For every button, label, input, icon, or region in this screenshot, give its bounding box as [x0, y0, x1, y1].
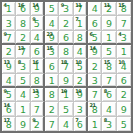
cage-sum-r1c6: 11 — [75, 3, 81, 8]
cage-sum-r7c6: 19 — [75, 89, 81, 94]
cell-digit-r4c6: 4 — [77, 47, 83, 57]
cell-digit-r6c1: 4 — [6, 76, 12, 86]
cell-digit-r2c9: 7 — [121, 19, 127, 29]
cell-r7c8[interactable]: 86 — [102, 88, 116, 102]
cell-r5c1[interactable]: 139 — [2, 59, 16, 73]
cell-digit-r1c7: 4 — [92, 4, 98, 14]
cell-digit-r6c9: 6 — [121, 76, 127, 86]
cage-sum-r7c3: 13 — [32, 89, 38, 94]
cell-r4c7[interactable]: 149 — [88, 45, 102, 59]
cell-r5c6[interactable]: 105 — [74, 59, 88, 73]
cell-r6c1[interactable]: 4 — [2, 74, 16, 88]
cell-r7c4[interactable]: 8 — [45, 88, 59, 102]
cell-digit-r2c4: 4 — [49, 19, 55, 29]
cell-digit-r9c4: 7 — [49, 120, 55, 130]
cell-r6c8[interactable]: 7 — [102, 74, 116, 88]
cell-r8c5[interactable]: 5 — [59, 102, 73, 116]
cell-r6c2[interactable]: 5 — [16, 74, 30, 88]
cell-digit-r8c5: 5 — [63, 105, 69, 115]
cell-digit-r6c6: 2 — [77, 76, 83, 86]
cell-r9c7[interactable]: 1 — [88, 117, 102, 131]
cell-digit-r7c9: 2 — [121, 90, 127, 100]
cell-r1c9[interactable]: 158 — [117, 2, 131, 16]
cell-r5c2[interactable]: 83 — [16, 59, 30, 73]
cage-sum-r5c5: 18 — [61, 60, 67, 65]
cage-sum-r5c9: 10 — [118, 60, 124, 65]
cell-digit-r2c8: 9 — [106, 19, 112, 29]
cell-r8c3[interactable]: 7 — [31, 102, 45, 116]
cell-digit-r4c9: 1 — [121, 47, 127, 57]
cell-digit-r2c7: 6 — [92, 19, 98, 29]
cage-sum-r3c7: 6 — [89, 32, 92, 37]
cell-r1c2[interactable]: 166 — [16, 2, 30, 16]
cage-sum-r5c6: 10 — [75, 60, 81, 65]
cell-r2c8[interactable]: 9 — [102, 16, 116, 30]
cell-digit-r8c8: 4 — [106, 105, 112, 115]
cell-digit-r8c3: 7 — [34, 105, 40, 115]
cell-r6c6[interactable]: 2 — [74, 74, 88, 88]
cell-r5c8[interactable]: 158 — [102, 59, 116, 73]
cage-sum-r9c6: 7 — [75, 118, 78, 123]
cell-r4c4[interactable]: 153 — [45, 45, 59, 59]
cage-sum-r1c1: 4 — [4, 3, 7, 8]
cell-digit-r4c8: 5 — [106, 47, 112, 57]
cell-digit-r2c5: 2 — [63, 19, 69, 29]
cell-r4c2[interactable]: 137 — [16, 45, 30, 59]
cell-r2c7[interactable]: 6 — [88, 16, 102, 30]
cell-r8c2[interactable]: 1 — [16, 102, 30, 116]
cell-digit-r6c5: 9 — [63, 76, 69, 86]
cage-sum-r8c7: 21 — [89, 103, 95, 108]
cell-digit-r2c2: 8 — [20, 19, 26, 29]
cell-r3c6[interactable]: 8 — [74, 31, 88, 45]
cell-digit-r9c9: 5 — [121, 120, 127, 130]
cell-digit-r5c7: 2 — [92, 62, 98, 72]
cell-digit-r8c9: 9 — [121, 105, 127, 115]
cell-r2c9[interactable]: 7 — [117, 16, 131, 30]
cage-sum-r4c2: 13 — [18, 46, 24, 51]
cell-digit-r8c6: 3 — [77, 105, 83, 115]
cell-r3c8[interactable]: 1 — [102, 31, 116, 45]
cell-digit-r8c4: 2 — [49, 105, 55, 115]
cell-digit-r1c4: 5 — [49, 4, 55, 14]
cell-r6c5[interactable]: 9 — [59, 74, 73, 88]
cell-r4c8[interactable]: 5 — [102, 45, 116, 59]
cell-r9c1[interactable]: 178 — [2, 117, 16, 131]
cell-r7c9[interactable]: 2 — [117, 88, 131, 102]
cell-r1c5[interactable]: 93 — [59, 2, 73, 16]
cell-r6c3[interactable]: 8 — [31, 74, 45, 88]
cell-r2c5[interactable]: 2 — [59, 16, 73, 30]
cage-sum-r2c3: 9 — [32, 17, 35, 22]
cell-r9c3[interactable]: 92 — [31, 117, 45, 131]
cell-r2c3[interactable]: 95 — [31, 16, 45, 30]
cage-sum-r5c3: 16 — [32, 60, 38, 65]
cage-sum-r4c4: 15 — [46, 46, 52, 51]
cell-r4c3[interactable]: 6 — [31, 45, 45, 59]
cell-digit-r2c1: 3 — [6, 19, 12, 29]
cell-r5c3[interactable]: 161 — [31, 59, 45, 73]
cell-r7c3[interactable]: 133 — [31, 88, 45, 102]
cage-sum-r1c3: 14 — [32, 3, 38, 8]
cell-r4c9[interactable]: 1 — [117, 45, 131, 59]
cell-r8c1[interactable]: 146 — [2, 102, 16, 116]
cell-r7c1[interactable]: 95 — [2, 88, 16, 102]
cell-digit-r3c6: 8 — [77, 33, 83, 43]
cell-r2c1[interactable]: 3 — [2, 16, 16, 30]
cell-r3c5[interactable]: 6 — [59, 31, 73, 45]
cell-r5c7[interactable]: 2 — [88, 59, 102, 73]
cage-sum-r9c1: 17 — [4, 118, 10, 123]
cell-r1c7[interactable]: 4 — [88, 2, 102, 16]
cage-sum-r1c5: 9 — [61, 3, 64, 8]
cage-sum-r9c3: 9 — [32, 118, 35, 123]
cell-r2c2[interactable]: 8 — [16, 16, 30, 30]
cell-r3c4[interactable]: 239 — [45, 31, 59, 45]
cell-digit-r7c1: 5 — [6, 90, 12, 100]
cage-sum-r4c7: 14 — [89, 46, 95, 51]
cell-r3c7[interactable]: 65 — [88, 31, 102, 45]
cage-sum-r7c5: 10 — [61, 89, 67, 94]
cage-sum-r5c1: 13 — [4, 60, 10, 65]
cage-sum-r9c8: 8 — [104, 118, 107, 123]
cell-r5c4[interactable]: 6 — [45, 59, 59, 73]
cell-r9c8[interactable]: 83 — [102, 117, 116, 131]
cell-digit-r3c2: 2 — [20, 33, 26, 43]
cell-r8c8[interactable]: 4 — [102, 102, 116, 116]
cell-r1c1[interactable]: 41 — [2, 2, 16, 16]
cage-sum-r3c4: 23 — [46, 32, 52, 37]
cell-r6c7[interactable]: 3 — [88, 74, 102, 88]
cell-r3c3[interactable]: 4 — [31, 31, 45, 45]
cell-digit-r7c2: 4 — [20, 90, 26, 100]
cell-r2c4[interactable]: 4 — [45, 16, 59, 30]
cell-r8c7[interactable]: 218 — [88, 102, 102, 116]
cell-r8c4[interactable]: 2 — [45, 102, 59, 116]
cell-r9c9[interactable]: 5 — [117, 117, 131, 131]
cage-sum-r5c8: 15 — [104, 60, 110, 65]
cell-r9c6[interactable]: 76 — [74, 117, 88, 131]
cell-r8c9[interactable]: 9 — [117, 102, 131, 116]
cell-digit-r8c2: 1 — [20, 105, 26, 115]
cage-sum-r8c1: 14 — [4, 103, 10, 108]
cell-r9c4[interactable]: 7 — [45, 117, 59, 131]
cell-r7c7[interactable]: 7 — [88, 88, 102, 102]
cage-sum-r7c1: 9 — [4, 89, 7, 94]
cell-r4c6[interactable]: 4 — [74, 45, 88, 59]
cell-r6c9[interactable]: 6 — [117, 74, 131, 88]
cage-sum-r2c6: 7 — [75, 17, 78, 22]
cell-r8c6[interactable]: 3 — [74, 102, 88, 116]
cell-r5c5[interactable]: 187 — [59, 59, 73, 73]
cell-r3c2[interactable]: 2 — [16, 31, 30, 45]
cell-digit-r6c8: 7 — [106, 76, 112, 86]
cell-digit-r3c7: 5 — [92, 33, 98, 43]
cell-r1c6[interactable]: 117 — [74, 2, 88, 16]
cell-digit-r3c3: 4 — [34, 33, 40, 43]
cell-r7c5[interactable]: 101 — [59, 88, 73, 102]
cage-sum-r3c9: 4 — [118, 32, 121, 37]
cell-digit-r4c5: 8 — [63, 47, 69, 57]
cage-sum-r5c2: 8 — [18, 60, 21, 65]
cell-digit-r3c9: 3 — [121, 33, 127, 43]
cell-digit-r9c5: 4 — [63, 120, 69, 130]
cell-digit-r4c1: 2 — [6, 47, 12, 57]
cell-r4c1[interactable]: 2 — [2, 45, 16, 59]
cell-digit-r6c2: 5 — [20, 76, 26, 86]
cell-digit-r3c8: 1 — [106, 33, 112, 43]
cell-r1c8[interactable]: 112 — [102, 2, 116, 16]
cell-r7c2[interactable]: 4 — [16, 88, 30, 102]
cell-digit-r7c4: 8 — [49, 90, 55, 100]
cage-sum-r3c1: 9 — [4, 32, 7, 37]
cage-sum-r1c8: 11 — [104, 3, 110, 8]
cell-digit-r1c1: 1 — [6, 4, 12, 14]
cell-digit-r5c4: 6 — [49, 62, 55, 72]
cell-r3c1[interactable]: 97 — [2, 31, 16, 45]
cage-sum-r7c8: 8 — [104, 89, 107, 94]
cell-r2c6[interactable]: 71 — [74, 16, 88, 30]
cell-r9c2[interactable]: 9 — [16, 117, 30, 131]
cell-r4c5[interactable]: 8 — [59, 45, 73, 59]
cage-sum-r1c9: 15 — [118, 3, 124, 8]
cell-digit-r6c3: 8 — [34, 76, 40, 86]
killer-sudoku-board: 4116614959311741121583895427169797242396… — [0, 0, 133, 133]
cell-digit-r3c1: 7 — [6, 33, 12, 43]
cell-r9c5[interactable]: 4 — [59, 117, 73, 131]
cell-r3c9[interactable]: 43 — [117, 31, 131, 45]
cell-r1c4[interactable]: 5 — [45, 2, 59, 16]
cell-digit-r9c7: 1 — [92, 120, 98, 130]
cage-sum-r1c2: 16 — [18, 3, 24, 8]
cell-digit-r3c5: 6 — [63, 33, 69, 43]
cell-digit-r7c7: 7 — [92, 90, 98, 100]
cell-r5c9[interactable]: 104 — [117, 59, 131, 73]
cell-digit-r9c2: 9 — [20, 120, 26, 130]
cell-r1c3[interactable]: 149 — [31, 2, 45, 16]
cell-digit-r6c4: 1 — [49, 76, 55, 86]
cell-digit-r4c3: 6 — [34, 47, 40, 57]
cell-digit-r6c7: 3 — [92, 76, 98, 86]
cell-r7c6[interactable]: 199 — [74, 88, 88, 102]
cell-r6c4[interactable]: 1 — [45, 74, 59, 88]
